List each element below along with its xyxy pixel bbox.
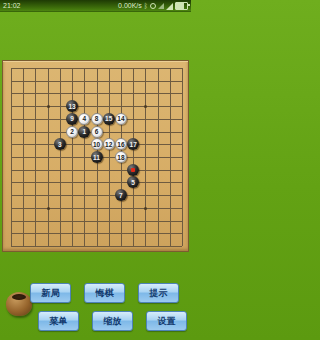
star-point bbox=[144, 105, 147, 108]
button-row-2: 菜单 缩放 设置 bbox=[30, 311, 191, 331]
battery-icon bbox=[175, 2, 188, 10]
grid-line-v bbox=[145, 68, 146, 246]
menu-button[interactable]: 菜单 bbox=[38, 311, 79, 331]
zoom-button[interactable]: 缩放 bbox=[92, 311, 133, 331]
bluetooth-icon: ᛒ bbox=[144, 0, 148, 12]
gomoku-board[interactable]: 123456789101112131415161718 bbox=[2, 60, 189, 252]
black-stone-5: 5 bbox=[127, 176, 139, 188]
grid-line-h bbox=[11, 221, 182, 222]
black-stone-15: 15 bbox=[103, 113, 115, 125]
grid-line-v bbox=[158, 68, 159, 246]
grid-line-h bbox=[11, 246, 182, 247]
white-stone-12: 12 bbox=[103, 138, 115, 150]
black-stone-17: 17 bbox=[127, 138, 139, 150]
white-stone-14: 14 bbox=[115, 113, 127, 125]
new-game-button[interactable]: 新局 bbox=[30, 283, 71, 303]
star-point bbox=[144, 207, 147, 210]
network-speed-text: 0.00K/s bbox=[118, 0, 142, 12]
star-point bbox=[47, 105, 50, 108]
black-stone-13: 13 bbox=[66, 100, 78, 112]
grid-line-v bbox=[133, 68, 134, 246]
grid-line-v bbox=[109, 68, 110, 246]
black-stone-11: 11 bbox=[91, 151, 103, 163]
star-point bbox=[47, 207, 50, 210]
white-stone-16: 16 bbox=[115, 138, 127, 150]
white-stone-10: 10 bbox=[91, 138, 103, 150]
data-signal-icon bbox=[158, 3, 164, 9]
clock-text: 21:02 bbox=[3, 0, 21, 12]
white-stone-18: 18 bbox=[115, 151, 127, 163]
white-stone-2: 2 bbox=[66, 126, 78, 138]
grid-line-h bbox=[11, 195, 182, 196]
black-stone-3: 3 bbox=[54, 138, 66, 150]
stone-bowl-icon bbox=[6, 292, 32, 316]
grid-line-h bbox=[11, 170, 182, 171]
undo-button[interactable]: 悔棋 bbox=[84, 283, 125, 303]
hint-button[interactable]: 提示 bbox=[138, 283, 179, 303]
grid-line-h bbox=[11, 182, 182, 183]
grid-line-h bbox=[11, 208, 182, 209]
black-stone-19 bbox=[127, 164, 139, 176]
status-bar: 21:02 0.00K/s ᛒ bbox=[0, 0, 191, 12]
control-panel: 新局 悔棋 提示 菜单 缩放 设置 bbox=[0, 252, 191, 340]
white-stone-4: 4 bbox=[78, 113, 90, 125]
grid-line-v bbox=[170, 68, 171, 246]
grid-line-h bbox=[11, 233, 182, 234]
white-stone-6: 6 bbox=[91, 126, 103, 138]
black-stone-1: 1 bbox=[78, 126, 90, 138]
white-stone-8: 8 bbox=[91, 113, 103, 125]
black-stone-7: 7 bbox=[115, 189, 127, 201]
button-row-1: 新局 悔棋 提示 bbox=[30, 283, 188, 303]
alarm-icon bbox=[150, 3, 156, 9]
grid-line-v bbox=[182, 68, 183, 246]
black-stone-9: 9 bbox=[66, 113, 78, 125]
signal-icon bbox=[166, 3, 173, 10]
settings-button[interactable]: 设置 bbox=[146, 311, 187, 331]
last-move-marker bbox=[131, 168, 135, 172]
